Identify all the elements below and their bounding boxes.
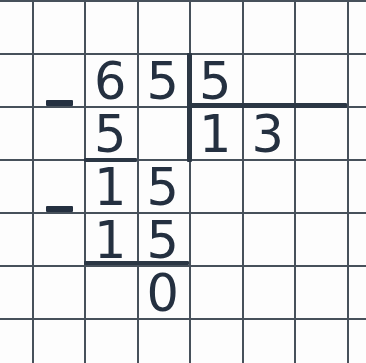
digit-cell-r1c2: 6 — [84, 53, 137, 106]
subtraction-line-2 — [84, 261, 189, 266]
digit-cell-r4c2: 1 — [84, 212, 137, 265]
digit-cell-r5c3: 0 — [137, 265, 190, 318]
minus-sign-1 — [46, 100, 73, 106]
subtraction-line-1 — [84, 158, 137, 163]
digit-cell-r4c3: 5 — [137, 212, 190, 265]
digits-layer: 65551315150 — [0, 0, 366, 363]
digit-cell-r2c4: 1 — [189, 106, 242, 159]
digit-cell-r1c4: 5 — [189, 53, 242, 106]
digit-cell-r2c5: 3 — [242, 106, 295, 159]
quotient-separator-line — [189, 103, 347, 108]
long-division-board: 65551315150 — [0, 0, 366, 363]
minus-sign-2 — [46, 206, 73, 212]
digit-cell-r3c2: 1 — [84, 159, 137, 212]
digit-cell-r2c2: 5 — [84, 106, 137, 159]
digit-cell-r1c3: 5 — [137, 53, 190, 106]
digit-cell-r3c3: 5 — [137, 159, 190, 212]
